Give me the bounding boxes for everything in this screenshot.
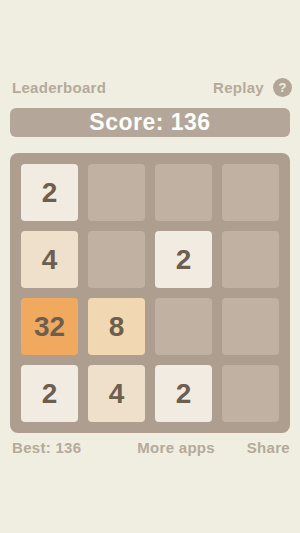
empty-cell (88, 164, 145, 221)
more-apps-button[interactable]: More apps (137, 439, 215, 456)
tile-2: 2 (21, 365, 78, 422)
tile-32: 32 (21, 298, 78, 355)
tile-2: 2 (155, 365, 212, 422)
tile-2: 2 (155, 231, 212, 288)
tile-2: 2 (21, 164, 78, 221)
empty-cell (222, 231, 279, 288)
share-button[interactable]: Share (247, 439, 290, 456)
empty-cell (222, 298, 279, 355)
tile-4: 4 (21, 231, 78, 288)
game-board[interactable]: 242328242 (10, 153, 290, 433)
score-text: Score: 136 (89, 109, 210, 136)
header-right-group: Replay ? (213, 78, 292, 97)
2048-app-screen: Leaderboard Replay ? Score: 136 24232824… (0, 0, 300, 533)
tile-4: 4 (88, 365, 145, 422)
score-bar: Score: 136 (10, 108, 290, 137)
best-score-label: Best: 136 (12, 439, 81, 456)
tile-8: 8 (88, 298, 145, 355)
empty-cell (222, 365, 279, 422)
help-icon[interactable]: ? (273, 78, 292, 97)
empty-cell (155, 164, 212, 221)
replay-button[interactable]: Replay (213, 79, 264, 96)
header-bar: Leaderboard Replay ? (12, 77, 292, 97)
empty-cell (155, 298, 212, 355)
empty-cell (88, 231, 145, 288)
empty-cell (222, 164, 279, 221)
footer-bar: Best: 136 More apps Share (12, 438, 290, 456)
leaderboard-button[interactable]: Leaderboard (12, 79, 106, 96)
